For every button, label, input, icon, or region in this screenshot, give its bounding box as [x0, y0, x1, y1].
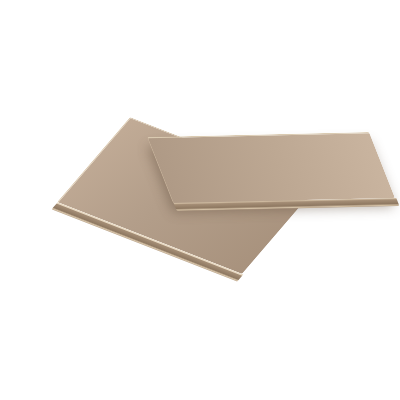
hanging-hole	[148, 133, 369, 138]
shell-cavity	[148, 133, 369, 138]
shell-cavity	[148, 133, 369, 138]
shell-cavity	[148, 133, 369, 138]
shell-cavity	[148, 133, 369, 138]
shell-cavity	[148, 133, 369, 138]
shell-cavity	[148, 133, 369, 138]
product-photo	[0, 0, 400, 400]
shell-cavity	[148, 133, 369, 138]
pan-top-surface	[147, 132, 395, 203]
shell-cavity	[148, 133, 369, 138]
shell-cavity	[148, 133, 369, 138]
shell-cavity	[148, 133, 369, 138]
pan-top-cavity-grid	[148, 133, 369, 138]
shell-cavity	[148, 133, 369, 138]
shell-cavity	[148, 133, 369, 138]
madeleine-pan-top	[147, 132, 395, 203]
